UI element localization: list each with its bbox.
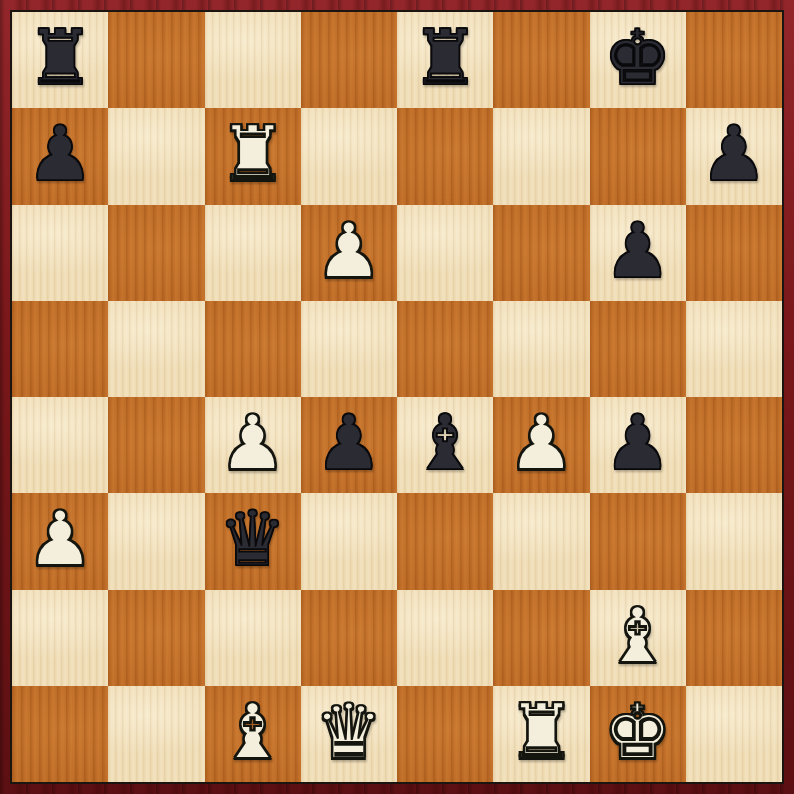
square-g4[interactable]: ♟ [590,397,686,493]
square-b7[interactable] [108,108,204,204]
white-pawn[interactable]: ♟ [315,213,383,289]
square-c8[interactable] [205,12,301,108]
square-g1[interactable]: ♚ [590,686,686,782]
square-d8[interactable] [301,12,397,108]
square-g8[interactable]: ♚ [590,12,686,108]
white-rook[interactable]: ♜ [507,694,575,770]
white-queen[interactable]: ♛ [315,694,383,770]
square-e5[interactable] [397,301,493,397]
square-f5[interactable] [493,301,589,397]
square-c7[interactable]: ♜ [205,108,301,204]
black-pawn[interactable]: ♟ [700,116,768,192]
square-h6[interactable] [686,205,782,301]
square-c1[interactable]: ♝ [205,686,301,782]
square-f2[interactable] [493,590,589,686]
square-b4[interactable] [108,397,204,493]
white-bishop[interactable]: ♝ [604,598,672,674]
square-b3[interactable] [108,493,204,589]
square-e2[interactable] [397,590,493,686]
square-a5[interactable] [12,301,108,397]
square-c5[interactable] [205,301,301,397]
square-f7[interactable] [493,108,589,204]
square-a3[interactable]: ♟ [12,493,108,589]
square-b6[interactable] [108,205,204,301]
square-h1[interactable] [686,686,782,782]
square-g7[interactable] [590,108,686,204]
square-h4[interactable] [686,397,782,493]
white-pawn[interactable]: ♟ [507,405,575,481]
square-f8[interactable] [493,12,589,108]
white-pawn[interactable]: ♟ [219,405,287,481]
square-c2[interactable] [205,590,301,686]
square-f1[interactable]: ♜ [493,686,589,782]
square-e6[interactable] [397,205,493,301]
square-f4[interactable]: ♟ [493,397,589,493]
square-d2[interactable] [301,590,397,686]
square-a6[interactable] [12,205,108,301]
black-rook[interactable]: ♜ [26,20,94,96]
black-pawn[interactable]: ♟ [604,213,672,289]
black-pawn[interactable]: ♟ [26,116,94,192]
square-d6[interactable]: ♟ [301,205,397,301]
white-bishop[interactable]: ♝ [219,694,287,770]
square-c6[interactable] [205,205,301,301]
square-f6[interactable] [493,205,589,301]
square-g5[interactable] [590,301,686,397]
square-g6[interactable]: ♟ [590,205,686,301]
square-b5[interactable] [108,301,204,397]
square-h8[interactable] [686,12,782,108]
square-h2[interactable] [686,590,782,686]
square-h3[interactable] [686,493,782,589]
square-f3[interactable] [493,493,589,589]
white-king[interactable]: ♚ [604,694,672,770]
square-b1[interactable] [108,686,204,782]
black-pawn[interactable]: ♟ [604,405,672,481]
square-h7[interactable]: ♟ [686,108,782,204]
square-e3[interactable] [397,493,493,589]
square-e4[interactable]: ♝ [397,397,493,493]
black-pawn[interactable]: ♟ [315,405,383,481]
chess-board: ♜♜♚♟♜♟♟♟♟♟♝♟♟♟♛♝♝♛♜♚ [10,10,784,784]
square-a2[interactable] [12,590,108,686]
square-a7[interactable]: ♟ [12,108,108,204]
square-e7[interactable] [397,108,493,204]
square-d7[interactable] [301,108,397,204]
square-g3[interactable] [590,493,686,589]
square-e1[interactable] [397,686,493,782]
white-pawn[interactable]: ♟ [26,501,94,577]
square-b2[interactable] [108,590,204,686]
square-b8[interactable] [108,12,204,108]
square-e8[interactable]: ♜ [397,12,493,108]
black-queen[interactable]: ♛ [219,501,287,577]
square-a1[interactable] [12,686,108,782]
square-a4[interactable] [12,397,108,493]
board-frame: ♜♜♚♟♜♟♟♟♟♟♝♟♟♟♛♝♝♛♜♚ [0,0,794,794]
square-g2[interactable]: ♝ [590,590,686,686]
square-d1[interactable]: ♛ [301,686,397,782]
square-a8[interactable]: ♜ [12,12,108,108]
black-bishop[interactable]: ♝ [411,405,479,481]
square-c3[interactable]: ♛ [205,493,301,589]
square-d5[interactable] [301,301,397,397]
white-rook[interactable]: ♜ [219,116,287,192]
black-king[interactable]: ♚ [604,20,672,96]
black-rook[interactable]: ♜ [411,20,479,96]
square-d4[interactable]: ♟ [301,397,397,493]
square-h5[interactable] [686,301,782,397]
square-c4[interactable]: ♟ [205,397,301,493]
square-d3[interactable] [301,493,397,589]
